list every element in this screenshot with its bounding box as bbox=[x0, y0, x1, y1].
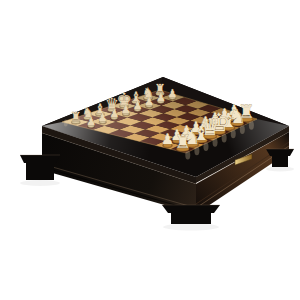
piece-reflection bbox=[64, 119, 68, 126]
piece-black-pawn-a7: ♟ bbox=[86, 115, 96, 128]
chess-set-scene: ♜♟♞♟♝♟♚♟♛♟♝♟♟♞♜♟♟♜♞♟♟♝♟♚♟♛♟♝♟♞♟♜ bbox=[0, 0, 300, 300]
svg-text:♜: ♜ bbox=[174, 131, 191, 152]
svg-text:♟: ♟ bbox=[144, 95, 154, 108]
svg-text:♜: ♜ bbox=[70, 110, 81, 124]
piece-black-pawn-c7: ♟ bbox=[109, 107, 119, 120]
product-photo: ♜♟♞♟♝♟♚♟♛♟♝♟♟♞♜♟♟♜♞♟♟♝♟♚♟♛♟♝♟♞♟♜ bbox=[0, 0, 300, 300]
piece-black-pawn-g7: ♟ bbox=[156, 91, 166, 104]
piece-black-pawn-b7: ♟ bbox=[98, 111, 108, 124]
piece-black-pawn-e7: ♟ bbox=[133, 99, 143, 112]
svg-text:♟: ♟ bbox=[167, 87, 177, 100]
floor-shadow bbox=[266, 167, 294, 172]
piece-white-rook-a1: ♜ bbox=[174, 131, 191, 152]
foot-front bbox=[162, 205, 220, 224]
piece-white-pawn-a2: ♟ bbox=[161, 130, 174, 148]
floor-shadow bbox=[163, 224, 219, 231]
piece-black-pawn-h7: ♟ bbox=[167, 87, 177, 100]
piece-black-pawn-d7: ♟ bbox=[121, 103, 131, 116]
piece-black-rook-a8: ♜ bbox=[70, 110, 81, 124]
svg-text:♟: ♟ bbox=[98, 111, 108, 124]
foot-left bbox=[20, 155, 60, 180]
svg-text:♟: ♟ bbox=[109, 107, 119, 120]
floor-shadow bbox=[20, 180, 60, 186]
svg-text:♟: ♟ bbox=[121, 103, 131, 116]
svg-text:♟: ♟ bbox=[161, 130, 174, 147]
svg-text:♟: ♟ bbox=[86, 115, 96, 128]
svg-text:♟: ♟ bbox=[133, 99, 143, 112]
piece-black-pawn-f7: ♟ bbox=[144, 95, 154, 108]
svg-text:♟: ♟ bbox=[156, 91, 166, 104]
